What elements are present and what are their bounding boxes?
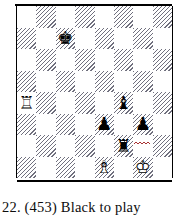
square-h5: [153, 71, 172, 93]
black-pawn: ♟: [95, 114, 114, 136]
square-a1: [17, 157, 36, 179]
square-c7: ♚: [56, 28, 75, 50]
square-h7: [153, 28, 172, 50]
square-h3: [153, 114, 172, 136]
square-e1: ♝♗: [95, 157, 114, 179]
square-g8: [133, 6, 152, 28]
square-g7: [133, 28, 152, 50]
square-b6: [36, 49, 55, 71]
square-e7: [95, 28, 114, 50]
square-d4: [75, 92, 94, 114]
square-d1: [75, 157, 94, 179]
square-d5: [75, 71, 94, 93]
square-f3: [114, 114, 133, 136]
square-c6: [56, 49, 75, 71]
square-g4: [133, 92, 152, 114]
square-f6: [114, 49, 133, 71]
square-f7: [114, 28, 133, 50]
white-rook: ♜♖: [17, 92, 36, 114]
square-g5: [133, 71, 152, 93]
square-c8: [56, 6, 75, 28]
square-a5: [17, 71, 36, 93]
square-f8: [114, 6, 133, 28]
square-h8: [153, 6, 172, 28]
square-a8: [17, 6, 36, 28]
square-e6: [95, 49, 114, 71]
square-e5: [95, 71, 114, 93]
square-d8: [75, 6, 94, 28]
square-f5: [114, 71, 133, 93]
square-h6: [153, 49, 172, 71]
square-f1: [114, 157, 133, 179]
square-e8: [95, 6, 114, 28]
square-a6: [17, 49, 36, 71]
square-b8: [36, 6, 55, 28]
square-b2: [36, 135, 55, 157]
square-g1: ♚♔: [133, 157, 152, 179]
square-b5: [36, 71, 55, 93]
white-king: ♚♔: [133, 157, 152, 179]
black-rook: ♜: [114, 135, 133, 157]
square-c3: [56, 114, 75, 136]
square-c2: [56, 135, 75, 157]
board-bottom-rule: [17, 180, 172, 182]
black-king: ♚: [56, 28, 75, 50]
square-b4: [36, 92, 55, 114]
square-a3: [17, 114, 36, 136]
diagram-caption: 22. (453) Black to play: [2, 199, 141, 216]
square-b7: [36, 28, 55, 50]
square-e3: ♟: [95, 114, 114, 136]
square-d2: [75, 135, 94, 157]
square-g2: [133, 135, 152, 157]
square-d7: [75, 28, 94, 50]
white-bishop: ♝♗: [95, 157, 114, 179]
square-c1: [56, 157, 75, 179]
square-e4: [95, 92, 114, 114]
square-e2: [95, 135, 114, 157]
square-h4: [153, 92, 172, 114]
square-g6: [133, 49, 152, 71]
square-g3: ♟: [133, 114, 152, 136]
square-h1: [153, 157, 172, 179]
chess-board: ♚♜♖♝♟♟♜♝♗♚♔: [16, 6, 173, 178]
square-b3: [36, 114, 55, 136]
square-c5: [56, 71, 75, 93]
square-h2: [153, 135, 172, 157]
square-b1: [36, 157, 55, 179]
square-a2: [17, 135, 36, 157]
chess-diagram: ♚♜♖♝♟♟♜♝♗♚♔ 22. (453) Black to play: [0, 0, 180, 224]
square-f4: ♝: [114, 92, 133, 114]
square-a7: [17, 28, 36, 50]
square-d3: [75, 114, 94, 136]
square-c4: [56, 92, 75, 114]
square-a4: ♜♖: [17, 92, 36, 114]
square-d6: [75, 49, 94, 71]
black-bishop: ♝: [114, 92, 133, 114]
square-f2: ♜: [114, 135, 133, 157]
